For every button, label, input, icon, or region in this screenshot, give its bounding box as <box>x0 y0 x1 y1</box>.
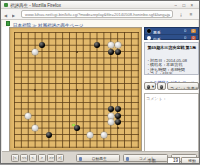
move-go-button[interactable]: 移動 <box>181 157 200 165</box>
players-box: 黒番 0 0 白番 0 0 <box>144 27 199 40</box>
title-bar: 棋譜再生 - Mozilla Firefox – □ × <box>1 1 199 9</box>
move-number-input[interactable] <box>167 157 180 164</box>
black-stone-Q7 <box>115 106 121 112</box>
playback-button[interactable]: > <box>38 154 46 162</box>
minimize-button[interactable]: – <box>174 3 178 7</box>
download-icon[interactable]: ⤓ <box>179 12 183 16</box>
kifu-doc-icon <box>6 21 10 26</box>
url-text: www.kihuu.net/cgi-bin/kifu.cgi?mode=repl… <box>25 13 170 18</box>
playback-button-label: > <box>41 156 43 161</box>
action-button[interactable]: 自動再生 <box>76 154 120 162</box>
bookmark-star-icon[interactable]: ☆ <box>166 13 170 18</box>
navigation-bar: ◀ ▶ www.kihuu.net/cgi-bin/kifu.cgi?mode=… <box>1 9 199 20</box>
black-stone-Q16 <box>115 49 121 55</box>
playback-button[interactable]: |< <box>11 154 19 162</box>
playback-button-label: |< <box>13 156 16 161</box>
action-button-label: 自動再生 <box>89 155 107 160</box>
playback-button-label: >> <box>49 156 54 161</box>
action-button-icon <box>79 157 83 161</box>
page-header: 日本棋院 ≫ 対局棋譜の再生ページ <box>2 20 198 27</box>
playback-button[interactable]: < <box>29 154 37 162</box>
black-stone-P16 <box>108 49 114 55</box>
playback-toolbar: |<<<<>>>>| 自動再生コメント印刷 手数 移動 <box>2 151 198 164</box>
menu-icon[interactable]: ≡ <box>189 12 193 16</box>
white-stone-M3 <box>87 132 93 138</box>
playback-buttons: |<<<<>>>>| <box>11 154 64 162</box>
white-stone-icon <box>147 36 151 40</box>
black-stone-F3 <box>46 132 52 138</box>
close-button[interactable]: × <box>190 3 194 7</box>
star-point <box>76 89 78 91</box>
forward-icon[interactable]: ▶ <box>12 13 15 16</box>
white-stone-N3 <box>101 132 107 138</box>
black-clock-value: 0 <box>193 30 195 32</box>
black-clock-icon: 0 <box>191 29 196 33</box>
white-stone-C6 <box>25 113 31 119</box>
comment-toggle-button[interactable]: コメント非表示 <box>167 82 199 90</box>
url-bar[interactable]: www.kihuu.net/cgi-bin/kifu.cgi?mode=repl… <box>21 10 173 18</box>
white-stone-P5 <box>108 119 114 125</box>
black-stone-icon <box>147 85 151 89</box>
white-player-row: 白番 0 0 <box>145 34 198 40</box>
black-stone-icon <box>160 85 164 89</box>
playback-button-label: << <box>22 156 27 161</box>
white-clock-icon: 0 <box>191 36 196 40</box>
white-stone-P6 <box>108 113 114 119</box>
playback-button[interactable]: >> <box>47 154 55 162</box>
favicon-icon <box>4 3 8 7</box>
white-clock-value: 0 <box>193 37 195 39</box>
browser-window: 棋譜再生 - Mozilla Firefox – □ × ◀ ▶ www.kih… <box>0 0 200 164</box>
window-title: 棋譜再生 - Mozilla Firefox <box>10 2 61 7</box>
side-buttons-row: ▼ コメント非表示 <box>144 82 199 91</box>
game-info-title: 第69期本因坊決定戦 第1局 <box>147 45 195 48</box>
playback-button[interactable]: >| <box>56 154 64 162</box>
black-stone-K4 <box>74 125 80 131</box>
last-move-marker <box>72 124 75 127</box>
mark-button[interactable] <box>157 82 166 90</box>
star-point <box>76 51 78 53</box>
comment-label: コメント： <box>146 96 167 102</box>
back-icon[interactable]: ◀ <box>4 13 7 16</box>
maximize-button[interactable]: □ <box>182 3 186 7</box>
game-info-rows: ・対局日：2014-05-08・棋戦名：本因坊戦・持ち時間：各8時間・コミ：6目… <box>145 49 198 75</box>
side-panel: 黒番 0 0 白番 0 0 第69期本因坊決定戦 第1局 ・対局日：2014-0… <box>144 27 199 164</box>
go-board <box>9 27 142 151</box>
playback-button[interactable]: << <box>20 154 28 162</box>
white-captures: 0 <box>184 35 186 40</box>
black-stone-icon <box>147 29 151 33</box>
black-stone-Q6 <box>115 113 121 119</box>
black-stone-Q5 <box>115 119 121 125</box>
page-content: 日本棋院 ≫ 対局棋譜の再生ページ 黒番 0 0 白番 0 0 <box>2 20 198 162</box>
star-point <box>117 89 119 91</box>
action-button-icon <box>126 157 130 161</box>
white-stone-D16 <box>32 49 38 55</box>
playback-button-label: < <box>32 156 34 161</box>
move-count-label: 手数 <box>148 158 156 164</box>
move-counter-group: 手数 移動 <box>148 154 200 164</box>
game-info-box: 第69期本因坊決定戦 第1局 ・対局日：2014-05-08・棋戦名：本因坊戦・… <box>144 42 199 75</box>
stone-style-button[interactable]: ▼ <box>144 82 156 90</box>
playback-button-label: >| <box>58 156 61 161</box>
